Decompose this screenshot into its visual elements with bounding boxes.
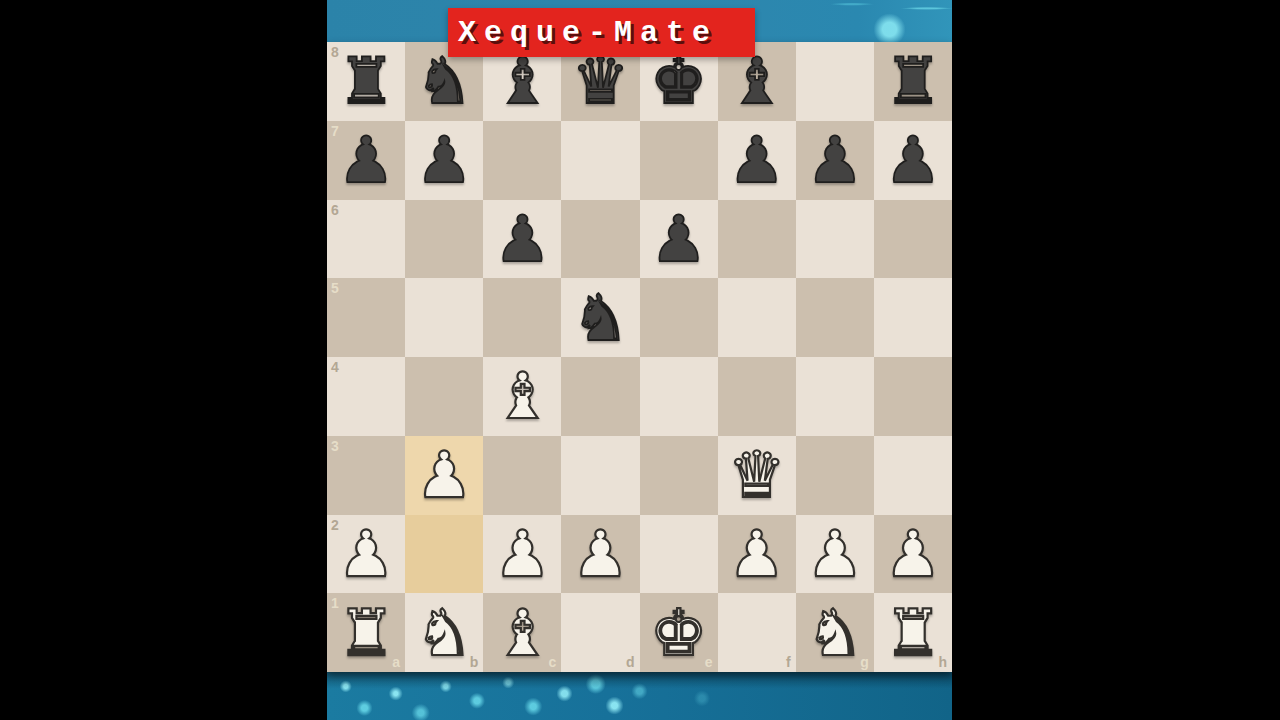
square-h2[interactable]: ♟ (874, 515, 952, 594)
square-g4[interactable] (796, 357, 874, 436)
square-f2[interactable]: ♟ (718, 515, 796, 594)
square-h5[interactable] (874, 278, 952, 357)
piece-white-bishop[interactable]: ♝ (494, 364, 551, 428)
piece-white-queen[interactable]: ♛ (728, 443, 785, 507)
piece-black-pawn[interactable]: ♟ (728, 128, 785, 192)
square-c5[interactable] (483, 278, 561, 357)
piece-white-pawn[interactable]: ♟ (572, 522, 629, 586)
square-c2[interactable]: ♟ (483, 515, 561, 594)
square-b1[interactable]: b♞ (405, 593, 483, 672)
chessboard: 8♜♞♝♛♚♝♜7♟♟♟♟♟6♟♟5♞4♝3♟♛2♟♟♟♟♟♟1a♜b♞c♝de… (327, 42, 952, 672)
square-h8[interactable]: ♜ (874, 42, 952, 121)
title-banner: Xeque-Mate (448, 8, 755, 57)
square-d3[interactable] (561, 436, 639, 515)
piece-white-bishop[interactable]: ♝ (494, 601, 551, 665)
square-c7[interactable] (483, 121, 561, 200)
square-d7[interactable] (561, 121, 639, 200)
piece-black-king[interactable]: ♚ (650, 49, 707, 113)
piece-black-pawn[interactable]: ♟ (416, 128, 473, 192)
letterbox-left (0, 0, 327, 720)
square-d6[interactable] (561, 200, 639, 279)
square-d1[interactable]: d (561, 593, 639, 672)
piece-black-knight[interactable]: ♞ (416, 49, 473, 113)
square-a6[interactable]: 6 (327, 200, 405, 279)
piece-black-knight[interactable]: ♞ (572, 286, 629, 350)
square-g7[interactable]: ♟ (796, 121, 874, 200)
square-a7[interactable]: 7♟ (327, 121, 405, 200)
square-h1[interactable]: h♜ (874, 593, 952, 672)
square-a5[interactable]: 5 (327, 278, 405, 357)
square-c3[interactable] (483, 436, 561, 515)
piece-black-pawn[interactable]: ♟ (884, 128, 941, 192)
piece-black-pawn[interactable]: ♟ (650, 207, 707, 271)
piece-black-pawn[interactable]: ♟ (806, 128, 863, 192)
square-e1[interactable]: e♚ (640, 593, 718, 672)
coord-rank-3: 3 (331, 439, 339, 453)
square-h3[interactable] (874, 436, 952, 515)
piece-white-king[interactable]: ♚ (650, 601, 707, 665)
coord-rank-5: 5 (331, 281, 339, 295)
square-f5[interactable] (718, 278, 796, 357)
square-f7[interactable]: ♟ (718, 121, 796, 200)
square-e5[interactable] (640, 278, 718, 357)
square-c1[interactable]: c♝ (483, 593, 561, 672)
coord-rank-4: 4 (331, 360, 339, 374)
square-g6[interactable] (796, 200, 874, 279)
square-a3[interactable]: 3 (327, 436, 405, 515)
video-column: 8♜♞♝♛♚♝♜7♟♟♟♟♟6♟♟5♞4♝3♟♛2♟♟♟♟♟♟1a♜b♞c♝de… (327, 0, 952, 720)
piece-black-bishop[interactable]: ♝ (494, 49, 551, 113)
square-b3[interactable]: ♟ (405, 436, 483, 515)
square-e7[interactable] (640, 121, 718, 200)
square-a8[interactable]: 8♜ (327, 42, 405, 121)
square-h7[interactable]: ♟ (874, 121, 952, 200)
square-g5[interactable] (796, 278, 874, 357)
square-g2[interactable]: ♟ (796, 515, 874, 594)
square-f1[interactable]: f (718, 593, 796, 672)
piece-white-rook[interactable]: ♜ (337, 601, 394, 665)
piece-white-rook[interactable]: ♜ (884, 601, 941, 665)
piece-white-pawn[interactable]: ♟ (416, 443, 473, 507)
square-f6[interactable] (718, 200, 796, 279)
piece-white-pawn[interactable]: ♟ (728, 522, 785, 586)
title-banner-text: Xeque-Mate (458, 16, 718, 50)
square-d4[interactable] (561, 357, 639, 436)
square-e3[interactable] (640, 436, 718, 515)
square-b7[interactable]: ♟ (405, 121, 483, 200)
piece-black-rook[interactable]: ♜ (884, 49, 941, 113)
square-c6[interactable]: ♟ (483, 200, 561, 279)
piece-black-queen[interactable]: ♛ (572, 49, 629, 113)
square-d2[interactable]: ♟ (561, 515, 639, 594)
square-a2[interactable]: 2♟ (327, 515, 405, 594)
square-b6[interactable] (405, 200, 483, 279)
water-background-bottom (327, 672, 952, 720)
square-c4[interactable]: ♝ (483, 357, 561, 436)
square-b4[interactable] (405, 357, 483, 436)
piece-white-knight[interactable]: ♞ (416, 601, 473, 665)
piece-white-pawn[interactable]: ♟ (884, 522, 941, 586)
piece-black-bishop[interactable]: ♝ (728, 49, 785, 113)
piece-white-pawn[interactable]: ♟ (494, 522, 551, 586)
square-h4[interactable] (874, 357, 952, 436)
square-e6[interactable]: ♟ (640, 200, 718, 279)
square-a4[interactable]: 4 (327, 357, 405, 436)
square-d5[interactable]: ♞ (561, 278, 639, 357)
square-e2[interactable] (640, 515, 718, 594)
square-g8[interactable] (796, 42, 874, 121)
square-g3[interactable] (796, 436, 874, 515)
coord-file-d: d (626, 655, 635, 669)
square-h6[interactable] (874, 200, 952, 279)
square-g1[interactable]: g♞ (796, 593, 874, 672)
square-b5[interactable] (405, 278, 483, 357)
square-b2[interactable] (405, 515, 483, 594)
letterbox-right (952, 0, 1280, 720)
square-e4[interactable] (640, 357, 718, 436)
piece-black-pawn[interactable]: ♟ (494, 207, 551, 271)
square-f4[interactable] (718, 357, 796, 436)
piece-black-rook[interactable]: ♜ (337, 49, 394, 113)
piece-white-knight[interactable]: ♞ (806, 601, 863, 665)
piece-white-pawn[interactable]: ♟ (806, 522, 863, 586)
square-a1[interactable]: 1a♜ (327, 593, 405, 672)
coord-file-f: f (786, 655, 791, 669)
coord-rank-6: 6 (331, 203, 339, 217)
piece-white-pawn[interactable]: ♟ (337, 522, 394, 586)
piece-black-pawn[interactable]: ♟ (337, 128, 394, 192)
square-f3[interactable]: ♛ (718, 436, 796, 515)
